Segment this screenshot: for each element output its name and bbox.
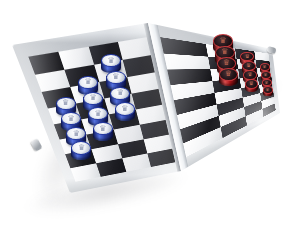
square-c6r2[interactable] (208, 57, 238, 69)
checkerboard-right (160, 37, 275, 157)
product-photo: ♛♛♛♛♛♛♛♛♛♛♛♛♛♛♛♛♛♛♛♛♛♛♛♛ (0, 0, 290, 233)
square-c5r2[interactable] (164, 54, 211, 70)
square-c7r2[interactable] (236, 59, 256, 69)
case-clasp-left (30, 138, 42, 151)
square-c8r2[interactable] (255, 60, 270, 68)
